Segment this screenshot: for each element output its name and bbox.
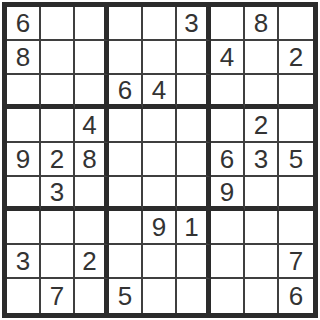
sudoku-empty-cell[interactable] <box>245 279 279 313</box>
sudoku-empty-cell[interactable] <box>143 143 177 177</box>
sudoku-empty-cell[interactable] <box>177 143 211 177</box>
sudoku-empty-cell[interactable] <box>7 177 41 211</box>
sudoku-empty-cell[interactable] <box>7 279 41 313</box>
sudoku-empty-cell[interactable] <box>245 177 279 211</box>
sudoku-given-cell: 7 <box>279 245 313 279</box>
sudoku-given-cell: 4 <box>211 41 245 75</box>
sudoku-given-cell: 4 <box>75 109 109 143</box>
sudoku-empty-cell[interactable] <box>177 279 211 313</box>
sudoku-given-cell: 9 <box>7 143 41 177</box>
sudoku-given-cell: 1 <box>177 211 211 245</box>
sudoku-empty-cell[interactable] <box>109 245 143 279</box>
sudoku-given-cell: 3 <box>177 7 211 41</box>
sudoku-empty-cell[interactable] <box>177 177 211 211</box>
sudoku-empty-cell[interactable] <box>279 7 313 41</box>
sudoku-empty-cell[interactable] <box>177 245 211 279</box>
sudoku-empty-cell[interactable] <box>245 75 279 109</box>
sudoku-given-cell: 6 <box>7 7 41 41</box>
sudoku-empty-cell[interactable] <box>75 279 109 313</box>
sudoku-empty-cell[interactable] <box>41 41 75 75</box>
sudoku-given-cell: 6 <box>211 143 245 177</box>
sudoku-empty-cell[interactable] <box>279 75 313 109</box>
sudoku-empty-cell[interactable] <box>75 75 109 109</box>
sudoku-empty-cell[interactable] <box>75 177 109 211</box>
sudoku-given-cell: 8 <box>7 41 41 75</box>
sudoku-empty-cell[interactable] <box>109 41 143 75</box>
sudoku-empty-cell[interactable] <box>41 7 75 41</box>
sudoku-empty-cell[interactable] <box>211 109 245 143</box>
sudoku-empty-cell[interactable] <box>279 109 313 143</box>
sudoku-empty-cell[interactable] <box>143 7 177 41</box>
sudoku-given-cell: 9 <box>143 211 177 245</box>
sudoku-empty-cell[interactable] <box>211 245 245 279</box>
sudoku-empty-cell[interactable] <box>177 109 211 143</box>
sudoku-empty-cell[interactable] <box>143 109 177 143</box>
sudoku-empty-cell[interactable] <box>75 7 109 41</box>
sudoku-empty-cell[interactable] <box>7 211 41 245</box>
sudoku-given-cell: 3 <box>7 245 41 279</box>
sudoku-empty-cell[interactable] <box>109 211 143 245</box>
sudoku-empty-cell[interactable] <box>245 245 279 279</box>
sudoku-given-cell: 3 <box>245 143 279 177</box>
sudoku-empty-cell[interactable] <box>279 177 313 211</box>
sudoku-empty-cell[interactable] <box>143 245 177 279</box>
sudoku-empty-cell[interactable] <box>177 75 211 109</box>
sudoku-empty-cell[interactable] <box>41 109 75 143</box>
sudoku-empty-cell[interactable] <box>109 7 143 41</box>
sudoku-empty-cell[interactable] <box>211 211 245 245</box>
sudoku-given-cell: 6 <box>279 279 313 313</box>
sudoku-given-cell: 2 <box>245 109 279 143</box>
sudoku-given-cell: 4 <box>143 75 177 109</box>
sudoku-empty-cell[interactable] <box>41 75 75 109</box>
sudoku-empty-cell[interactable] <box>245 211 279 245</box>
sudoku-empty-cell[interactable] <box>143 41 177 75</box>
sudoku-empty-cell[interactable] <box>7 109 41 143</box>
sudoku-empty-cell[interactable] <box>109 143 143 177</box>
sudoku-given-cell: 8 <box>75 143 109 177</box>
sudoku-empty-cell[interactable] <box>7 75 41 109</box>
sudoku-empty-cell[interactable] <box>177 41 211 75</box>
sudoku-empty-cell[interactable] <box>143 279 177 313</box>
sudoku-puzzle: 63884264429286353991327756 <box>0 0 320 320</box>
sudoku-empty-cell[interactable] <box>109 177 143 211</box>
sudoku-empty-cell[interactable] <box>211 75 245 109</box>
sudoku-empty-cell[interactable] <box>75 41 109 75</box>
sudoku-board: 63884264429286353991327756 <box>2 2 318 318</box>
sudoku-empty-cell[interactable] <box>279 211 313 245</box>
sudoku-given-cell: 9 <box>211 177 245 211</box>
sudoku-given-cell: 6 <box>109 75 143 109</box>
sudoku-empty-cell[interactable] <box>211 7 245 41</box>
sudoku-given-cell: 5 <box>279 143 313 177</box>
sudoku-given-cell: 3 <box>41 177 75 211</box>
sudoku-empty-cell[interactable] <box>143 177 177 211</box>
sudoku-empty-cell[interactable] <box>75 211 109 245</box>
sudoku-given-cell: 2 <box>41 143 75 177</box>
sudoku-empty-cell[interactable] <box>245 41 279 75</box>
sudoku-empty-cell[interactable] <box>109 109 143 143</box>
sudoku-empty-cell[interactable] <box>41 245 75 279</box>
sudoku-given-cell: 8 <box>245 7 279 41</box>
sudoku-given-cell: 2 <box>279 41 313 75</box>
sudoku-given-cell: 7 <box>41 279 75 313</box>
sudoku-given-cell: 5 <box>109 279 143 313</box>
sudoku-empty-cell[interactable] <box>211 279 245 313</box>
sudoku-given-cell: 2 <box>75 245 109 279</box>
sudoku-empty-cell[interactable] <box>41 211 75 245</box>
